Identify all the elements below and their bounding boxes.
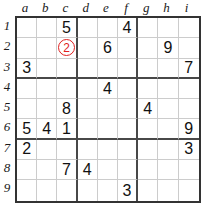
digit: 7 <box>184 60 193 76</box>
cell-d4[interactable] <box>78 79 98 99</box>
digit: 2 <box>22 141 31 157</box>
cell-g6[interactable] <box>138 119 158 139</box>
cell-a7[interactable]: 2 <box>17 140 37 160</box>
row-label-2: 2 <box>0 36 14 56</box>
digit: 3 <box>22 60 31 76</box>
cell-i6[interactable]: 9 <box>179 119 199 139</box>
col-label-c: c <box>55 0 75 16</box>
cell-e3[interactable] <box>98 59 118 79</box>
cell-b8[interactable] <box>37 160 57 180</box>
col-label-i: i <box>177 0 197 16</box>
cell-i2[interactable] <box>179 38 199 58</box>
cell-f3[interactable] <box>118 59 138 79</box>
row-label-7: 7 <box>0 138 14 158</box>
cell-f5[interactable] <box>118 99 138 119</box>
cell-h8[interactable] <box>158 160 178 180</box>
row-label-3: 3 <box>0 57 14 77</box>
cell-e5[interactable] <box>98 99 118 119</box>
cell-e4[interactable]: 4 <box>98 79 118 99</box>
cell-c3[interactable] <box>57 59 77 79</box>
cell-h5[interactable] <box>158 99 178 119</box>
cell-c5[interactable]: 8 <box>57 99 77 119</box>
cell-c2[interactable]: 2 <box>57 38 77 58</box>
cell-f9[interactable]: 3 <box>118 180 138 200</box>
cell-f4[interactable] <box>118 79 138 99</box>
cell-h4[interactable] <box>158 79 178 99</box>
col-label-h: h <box>156 0 176 16</box>
row-label-9: 9 <box>0 178 14 198</box>
cell-d1[interactable] <box>78 18 98 38</box>
cell-f1[interactable]: 4 <box>118 18 138 38</box>
cell-a8[interactable] <box>17 160 37 180</box>
digit: 6 <box>103 40 112 56</box>
digit: 5 <box>22 121 31 137</box>
cell-d6[interactable] <box>78 119 98 139</box>
cell-g2[interactable] <box>138 38 158 58</box>
cell-i3[interactable]: 7 <box>179 59 199 79</box>
cell-g5[interactable]: 4 <box>138 99 158 119</box>
cell-b2[interactable] <box>37 38 57 58</box>
digit: 3 <box>123 183 132 199</box>
digit: 9 <box>184 121 193 137</box>
cell-c9[interactable] <box>57 180 77 200</box>
cell-e8[interactable] <box>98 160 118 180</box>
digit: 4 <box>123 20 132 36</box>
sudoku-board: 5426937484541923743 <box>15 16 201 203</box>
cell-i9[interactable] <box>179 180 199 200</box>
cell-g8[interactable] <box>138 160 158 180</box>
cell-i4[interactable] <box>179 79 199 99</box>
cell-b9[interactable] <box>37 180 57 200</box>
cell-a2[interactable] <box>17 38 37 58</box>
row-labels: 123456789 <box>0 16 14 199</box>
cell-e2[interactable]: 6 <box>98 38 118 58</box>
cell-a3[interactable]: 3 <box>17 59 37 79</box>
cell-c8[interactable]: 7 <box>57 160 77 180</box>
digit: 4 <box>83 162 92 178</box>
cell-b5[interactable] <box>37 99 57 119</box>
col-label-e: e <box>96 0 116 16</box>
cell-d3[interactable] <box>78 59 98 79</box>
cell-b6[interactable]: 4 <box>37 119 57 139</box>
cell-f7[interactable] <box>118 140 138 160</box>
cell-f6[interactable] <box>118 119 138 139</box>
cell-h3[interactable] <box>158 59 178 79</box>
cell-g4[interactable] <box>138 79 158 99</box>
row-label-4: 4 <box>0 77 14 97</box>
cell-i1[interactable] <box>179 18 199 38</box>
cell-a5[interactable] <box>17 99 37 119</box>
cell-d7[interactable] <box>78 140 98 160</box>
digit: 5 <box>62 20 71 36</box>
cell-c1[interactable]: 5 <box>57 18 77 38</box>
row-label-8: 8 <box>0 158 14 178</box>
cell-a9[interactable] <box>17 180 37 200</box>
cell-h9[interactable] <box>158 180 178 200</box>
col-label-a: a <box>15 0 35 16</box>
sudoku-widget: abcdefghi 123456789 5426937484541923743 <box>0 0 200 205</box>
cell-g9[interactable] <box>138 180 158 200</box>
cell-c6[interactable]: 1 <box>57 119 77 139</box>
cell-e1[interactable] <box>98 18 118 38</box>
cell-e7[interactable] <box>98 140 118 160</box>
digit: 1 <box>62 121 71 137</box>
row-label-5: 5 <box>0 97 14 117</box>
digit: 4 <box>42 121 51 137</box>
cell-d9[interactable] <box>78 180 98 200</box>
cell-h7[interactable] <box>158 140 178 160</box>
digit: 4 <box>103 81 112 97</box>
cell-b1[interactable] <box>37 18 57 38</box>
cell-e6[interactable] <box>98 119 118 139</box>
cell-a6[interactable]: 5 <box>17 119 37 139</box>
cell-a1[interactable] <box>17 18 37 38</box>
col-label-d: d <box>76 0 96 16</box>
cell-i8[interactable] <box>179 160 199 180</box>
row-label-1: 1 <box>0 16 14 36</box>
cell-g7[interactable] <box>138 140 158 160</box>
cell-b4[interactable] <box>37 79 57 99</box>
digit: 4 <box>143 101 152 117</box>
digit: 8 <box>62 101 71 117</box>
row-label-6: 6 <box>0 117 14 137</box>
cell-b3[interactable] <box>37 59 57 79</box>
digit: 9 <box>163 40 172 56</box>
cell-b7[interactable] <box>37 140 57 160</box>
digit: 7 <box>62 162 71 178</box>
cell-c7[interactable] <box>57 140 77 160</box>
cell-c4[interactable] <box>57 79 77 99</box>
cell-d8[interactable]: 4 <box>78 160 98 180</box>
col-label-b: b <box>35 0 55 16</box>
cell-e9[interactable] <box>98 180 118 200</box>
digit: 3 <box>184 141 193 157</box>
cell-d2[interactable] <box>78 38 98 58</box>
cell-a4[interactable] <box>17 79 37 99</box>
cell-h6[interactable] <box>158 119 178 139</box>
col-label-f: f <box>116 0 136 16</box>
cell-d5[interactable] <box>78 99 98 119</box>
col-label-g: g <box>136 0 156 16</box>
column-labels: abcdefghi <box>15 0 197 16</box>
cell-i5[interactable] <box>179 99 199 119</box>
cell-h1[interactable] <box>158 18 178 38</box>
cell-f8[interactable] <box>118 160 138 180</box>
cell-g1[interactable] <box>138 18 158 38</box>
cell-g3[interactable] <box>138 59 158 79</box>
highlighted-digit-circle: 2 <box>58 39 75 56</box>
cell-f2[interactable] <box>118 38 138 58</box>
cell-i7[interactable]: 3 <box>179 140 199 160</box>
cell-h2[interactable]: 9 <box>158 38 178 58</box>
